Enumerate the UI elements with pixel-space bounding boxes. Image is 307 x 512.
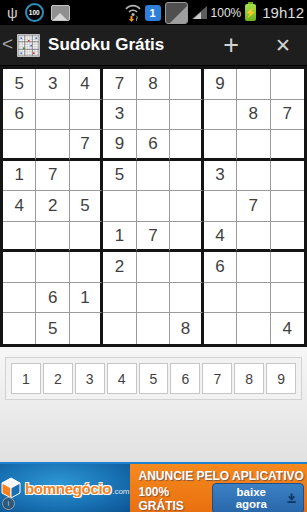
cell-r3c8[interactable] xyxy=(237,130,270,161)
cell-r9c4[interactable] xyxy=(103,313,136,344)
cell-r9c8[interactable] xyxy=(237,313,270,344)
cell-r9c9[interactable]: 4 xyxy=(271,313,304,344)
cell-r1c8[interactable] xyxy=(237,69,270,100)
cell-r7c9[interactable] xyxy=(271,252,304,283)
ad-brand-suffix: .com xyxy=(112,487,129,496)
battery-icon: ⚡ xyxy=(245,4,256,21)
battery-circle-icon: 100 xyxy=(25,3,44,22)
cell-r5c7[interactable] xyxy=(204,191,237,222)
cell-r7c1[interactable] xyxy=(3,252,36,283)
cell-r9c2[interactable]: 5 xyxy=(36,313,69,344)
numpad-button-6[interactable]: 6 xyxy=(170,363,200,394)
cell-r4c9[interactable] xyxy=(271,161,304,192)
cell-r8c1[interactable] xyxy=(3,283,36,314)
cell-r2c2[interactable] xyxy=(36,100,69,131)
cell-r5c3[interactable]: 5 xyxy=(70,191,103,222)
cell-r1c3[interactable]: 4 xyxy=(70,69,103,100)
cell-r1c6[interactable] xyxy=(170,69,203,100)
cell-r7c3[interactable] xyxy=(70,252,103,283)
wifi-traffic-icon xyxy=(125,4,141,22)
cell-r4c1[interactable]: 1 xyxy=(3,161,36,192)
cell-r5c1[interactable]: 4 xyxy=(3,191,36,222)
cell-r2c7[interactable] xyxy=(204,100,237,131)
numpad-button-7[interactable]: 7 xyxy=(202,363,232,394)
numpad-button-1[interactable]: 1 xyxy=(11,363,41,394)
cell-r5c8[interactable]: 7 xyxy=(237,191,270,222)
cube-logo-icon xyxy=(0,477,22,499)
cell-r2c1[interactable]: 6 xyxy=(3,100,36,131)
cell-r6c7[interactable]: 4 xyxy=(204,222,237,253)
status-bar: ψ 100 1 100% ⚡ 19h12 xyxy=(0,0,307,25)
cell-r5c2[interactable]: 2 xyxy=(36,191,69,222)
cell-r8c8[interactable] xyxy=(237,283,270,314)
cell-r4c4[interactable]: 5 xyxy=(103,161,136,192)
cell-r4c7[interactable]: 3 xyxy=(204,161,237,192)
cell-r8c2[interactable]: 6 xyxy=(36,283,69,314)
cell-r6c9[interactable] xyxy=(271,222,304,253)
cell-r4c3[interactable] xyxy=(70,161,103,192)
clock-label: 19h12 xyxy=(262,4,304,21)
screenshot-icon xyxy=(51,5,70,21)
cell-r8c6[interactable] xyxy=(170,283,203,314)
cell-r1c7[interactable]: 9 xyxy=(204,69,237,100)
cell-r6c6[interactable] xyxy=(170,222,203,253)
ad-message-panel[interactable]: ANUNCIE PELO APLICATIVO 100% GRÁTIS baix… xyxy=(130,464,307,512)
close-button[interactable]: ✕ xyxy=(275,34,291,57)
cell-r3c3[interactable]: 7 xyxy=(70,130,103,161)
cell-r6c4[interactable]: 1 xyxy=(103,222,136,253)
ad-subline: 100% GRÁTIS xyxy=(139,485,212,512)
number-pad: 123456789 xyxy=(5,357,302,400)
cell-r3c6[interactable] xyxy=(170,130,203,161)
phone-screen: ψ 100 1 100% ⚡ 19h12 < xyxy=(0,0,307,512)
title-bar: < xyxy=(0,25,307,66)
cell-r8c7[interactable] xyxy=(204,283,237,314)
cell-r3c1[interactable] xyxy=(3,130,36,161)
status-notification-icons: ψ 100 xyxy=(7,3,70,22)
cell-r3c5[interactable]: 6 xyxy=(137,130,170,161)
cell-r9c5[interactable] xyxy=(137,313,170,344)
cell-r4c2[interactable]: 7 xyxy=(36,161,69,192)
cell-r3c2[interactable] xyxy=(36,130,69,161)
cell-r1c9[interactable] xyxy=(271,69,304,100)
cell-r6c8[interactable] xyxy=(237,222,270,253)
numpad-button-4[interactable]: 4 xyxy=(107,363,137,394)
numpad-button-8[interactable]: 8 xyxy=(234,363,264,394)
cell-r6c2[interactable] xyxy=(36,222,69,253)
cell-r5c9[interactable] xyxy=(271,191,304,222)
cell-r9c1[interactable] xyxy=(3,313,36,344)
numpad-button-5[interactable]: 5 xyxy=(139,363,169,394)
page-title: Sudoku Grátis xyxy=(48,35,164,55)
cell-r5c6[interactable] xyxy=(170,191,203,222)
cell-r3c9[interactable] xyxy=(271,130,304,161)
numpad-button-3[interactable]: 3 xyxy=(75,363,105,394)
cell-r6c3[interactable] xyxy=(70,222,103,253)
numpad-button-2[interactable]: 2 xyxy=(43,363,73,394)
notification-badge-icon: 1 xyxy=(145,5,161,21)
cell-r1c4[interactable]: 7 xyxy=(103,69,136,100)
cell-r9c7[interactable] xyxy=(204,313,237,344)
cell-r4c6[interactable] xyxy=(170,161,203,192)
cell-r7c4[interactable]: 2 xyxy=(103,252,136,283)
cell-r9c6[interactable]: 8 xyxy=(170,313,203,344)
cell-r2c5[interactable] xyxy=(137,100,170,131)
ad-brand-panel[interactable]: bomnegócio .com i xyxy=(0,464,130,512)
sim-signal-icon xyxy=(165,2,188,24)
app-icon xyxy=(17,34,40,57)
usb-icon: ψ xyxy=(7,5,18,20)
cell-r2c8[interactable]: 8 xyxy=(237,100,270,131)
download-now-label: baixe agora xyxy=(222,486,281,510)
cell-r2c4[interactable]: 3 xyxy=(103,100,136,131)
cell-r5c4[interactable] xyxy=(103,191,136,222)
cell-r6c1[interactable] xyxy=(3,222,36,253)
cell-r8c3[interactable]: 1 xyxy=(70,283,103,314)
ad-banner[interactable]: bomnegócio .com i ANUNCIE PELO APLICATIV… xyxy=(0,462,307,512)
numpad-button-9[interactable]: 9 xyxy=(266,363,296,394)
cell-r9c3[interactable] xyxy=(70,313,103,344)
cell-r8c9[interactable] xyxy=(271,283,304,314)
charging-bolt-icon: ⚡ xyxy=(245,8,257,18)
cell-r7c6[interactable] xyxy=(170,252,203,283)
back-chevron-icon[interactable]: < xyxy=(2,33,13,55)
cell-r5c5[interactable] xyxy=(137,191,170,222)
cell-r6c5[interactable]: 7 xyxy=(137,222,170,253)
cell-r7c7[interactable]: 6 xyxy=(204,252,237,283)
ad-brand-label: bomnegócio xyxy=(25,480,111,497)
cell-r1c2[interactable]: 3 xyxy=(36,69,69,100)
cell-r2c9[interactable]: 7 xyxy=(271,100,304,131)
download-icon xyxy=(287,493,296,504)
signal-strength-icon xyxy=(192,6,207,19)
cell-r3c4[interactable]: 9 xyxy=(103,130,136,161)
cell-r7c5[interactable] xyxy=(137,252,170,283)
cell-r8c5[interactable] xyxy=(137,283,170,314)
cell-r3c7[interactable] xyxy=(204,130,237,161)
lower-panel: 123456789 xyxy=(0,347,307,462)
cell-r4c5[interactable] xyxy=(137,161,170,192)
download-now-button[interactable]: baixe agora xyxy=(212,483,304,512)
cell-r2c3[interactable] xyxy=(70,100,103,131)
cell-r4c8[interactable] xyxy=(237,161,270,192)
status-system-icons: 1 100% ⚡ 19h12 xyxy=(125,2,304,24)
sudoku-board: 5347896387796175342571742661584 xyxy=(0,66,307,347)
cell-r1c1[interactable]: 5 xyxy=(3,69,36,100)
battery-percent-label: 100% xyxy=(211,6,242,20)
new-game-button[interactable]: + xyxy=(223,32,239,59)
cell-r7c2[interactable] xyxy=(36,252,69,283)
cell-r7c8[interactable] xyxy=(237,252,270,283)
cell-r8c4[interactable] xyxy=(103,283,136,314)
ad-info-icon[interactable]: i xyxy=(2,497,15,510)
cell-r2c6[interactable] xyxy=(170,100,203,131)
cell-r1c5[interactable]: 8 xyxy=(137,69,170,100)
ad-headline: ANUNCIE PELO APLICATIVO xyxy=(139,469,304,483)
